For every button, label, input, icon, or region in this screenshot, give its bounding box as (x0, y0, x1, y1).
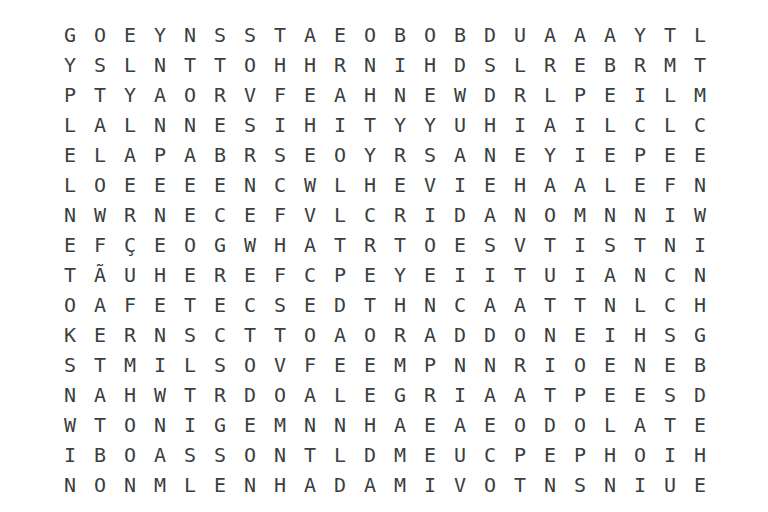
grid-cell[interactable]: Ç (115, 230, 145, 260)
grid-cell[interactable]: E (475, 170, 505, 200)
grid-cell[interactable]: I (445, 260, 475, 290)
grid-cell[interactable]: U (655, 470, 685, 500)
grid-cell[interactable]: E (685, 410, 715, 440)
grid-cell[interactable]: H (685, 440, 715, 470)
grid-cell[interactable]: W (685, 200, 715, 230)
grid-cell[interactable]: M (655, 50, 685, 80)
grid-cell[interactable]: H (355, 410, 385, 440)
grid-cell[interactable]: E (235, 260, 265, 290)
grid-cell[interactable]: N (145, 410, 175, 440)
grid-cell[interactable]: E (355, 380, 385, 410)
grid-cell[interactable]: S (205, 20, 235, 50)
grid-cell[interactable]: L (325, 380, 355, 410)
grid-cell[interactable]: S (235, 110, 265, 140)
grid-cell[interactable]: A (85, 290, 115, 320)
grid-cell[interactable]: A (325, 80, 355, 110)
grid-cell[interactable]: N (145, 50, 175, 80)
grid-cell[interactable]: A (595, 260, 625, 290)
grid-cell[interactable]: T (535, 380, 565, 410)
grid-cell[interactable]: L (655, 110, 685, 140)
grid-cell[interactable]: E (205, 290, 235, 320)
grid-cell[interactable]: U (445, 440, 475, 470)
grid-cell[interactable]: T (265, 320, 295, 350)
grid-cell[interactable]: O (325, 140, 355, 170)
grid-cell[interactable]: B (385, 20, 415, 50)
grid-cell[interactable]: O (625, 440, 655, 470)
grid-cell[interactable]: T (355, 290, 385, 320)
grid-cell[interactable]: E (415, 410, 445, 440)
grid-cell[interactable]: I (385, 50, 415, 80)
grid-cell[interactable]: Y (625, 20, 655, 50)
grid-cell[interactable]: S (175, 320, 205, 350)
grid-cell[interactable]: N (625, 350, 655, 380)
grid-cell[interactable]: S (175, 440, 205, 470)
grid-cell[interactable]: A (85, 110, 115, 140)
grid-cell[interactable]: L (625, 290, 655, 320)
grid-cell[interactable]: O (355, 20, 385, 50)
grid-cell[interactable]: I (415, 200, 445, 230)
grid-cell[interactable]: G (205, 410, 235, 440)
grid-cell[interactable]: E (535, 440, 565, 470)
grid-cell[interactable]: T (505, 470, 535, 500)
grid-cell[interactable]: E (475, 410, 505, 440)
grid-cell[interactable]: I (325, 110, 355, 140)
grid-cell[interactable]: O (265, 380, 295, 410)
grid-cell[interactable]: F (115, 290, 145, 320)
grid-cell[interactable]: N (145, 320, 175, 350)
grid-cell[interactable]: G (685, 320, 715, 350)
grid-cell[interactable]: A (535, 170, 565, 200)
grid-cell[interactable]: E (595, 350, 625, 380)
grid-cell[interactable]: N (535, 320, 565, 350)
grid-cell[interactable]: E (415, 80, 445, 110)
grid-cell[interactable]: N (415, 290, 445, 320)
grid-cell[interactable]: D (475, 20, 505, 50)
grid-cell[interactable]: O (235, 350, 265, 380)
grid-cell[interactable]: S (655, 380, 685, 410)
grid-cell[interactable]: M (685, 80, 715, 110)
grid-cell[interactable]: D (325, 470, 355, 500)
grid-cell[interactable]: S (655, 320, 685, 350)
grid-cell[interactable]: E (205, 110, 235, 140)
grid-cell[interactable]: E (205, 170, 235, 200)
grid-cell[interactable]: E (685, 470, 715, 500)
grid-cell[interactable]: R (355, 230, 385, 260)
grid-cell[interactable]: V (445, 470, 475, 500)
grid-cell[interactable]: N (355, 50, 385, 80)
grid-cell[interactable]: Ã (85, 260, 115, 290)
grid-cell[interactable]: E (565, 50, 595, 80)
grid-cell[interactable]: A (475, 290, 505, 320)
grid-cell[interactable]: S (265, 140, 295, 170)
grid-cell[interactable]: T (205, 50, 235, 80)
grid-cell[interactable]: V (505, 230, 535, 260)
grid-cell[interactable]: H (145, 260, 175, 290)
grid-cell[interactable]: B (85, 440, 115, 470)
grid-cell[interactable]: N (685, 170, 715, 200)
grid-cell[interactable]: F (265, 80, 295, 110)
grid-cell[interactable]: A (385, 410, 415, 440)
grid-cell[interactable]: A (295, 20, 325, 50)
grid-cell[interactable]: P (565, 440, 595, 470)
grid-cell[interactable]: O (175, 80, 205, 110)
grid-cell[interactable]: N (505, 200, 535, 230)
grid-cell[interactable]: O (85, 470, 115, 500)
grid-cell[interactable]: Y (415, 110, 445, 140)
grid-cell[interactable]: N (235, 170, 265, 200)
grid-cell[interactable]: T (685, 50, 715, 80)
grid-cell[interactable]: N (55, 470, 85, 500)
grid-cell[interactable]: N (145, 200, 175, 230)
grid-cell[interactable]: I (655, 440, 685, 470)
grid-cell[interactable]: A (625, 410, 655, 440)
grid-cell[interactable]: N (685, 260, 715, 290)
grid-cell[interactable]: B (205, 140, 235, 170)
grid-cell[interactable]: A (445, 140, 475, 170)
grid-cell[interactable]: T (235, 320, 265, 350)
grid-cell[interactable]: S (55, 350, 85, 380)
grid-cell[interactable]: G (55, 20, 85, 50)
grid-cell[interactable]: T (85, 350, 115, 380)
grid-cell[interactable]: E (355, 350, 385, 380)
grid-cell[interactable]: I (655, 200, 685, 230)
grid-cell[interactable]: E (655, 140, 685, 170)
grid-cell[interactable]: M (265, 410, 295, 440)
grid-cell[interactable]: E (595, 380, 625, 410)
grid-cell[interactable]: H (265, 50, 295, 80)
grid-cell[interactable]: V (235, 80, 265, 110)
grid-cell[interactable]: E (55, 140, 85, 170)
grid-cell[interactable]: H (295, 110, 325, 140)
grid-cell[interactable]: E (295, 290, 325, 320)
grid-cell[interactable]: R (385, 200, 415, 230)
grid-cell[interactable]: W (145, 380, 175, 410)
grid-cell[interactable]: R (325, 50, 355, 80)
grid-cell[interactable]: E (445, 230, 475, 260)
grid-cell[interactable]: L (115, 50, 145, 80)
grid-cell[interactable]: R (385, 320, 415, 350)
grid-cell[interactable]: D (325, 290, 355, 320)
grid-cell[interactable]: L (595, 110, 625, 140)
grid-cell[interactable]: N (385, 80, 415, 110)
grid-cell[interactable]: T (355, 110, 385, 140)
grid-cell[interactable]: V (265, 350, 295, 380)
grid-cell[interactable]: M (565, 200, 595, 230)
grid-cell[interactable]: I (625, 470, 655, 500)
grid-cell[interactable]: L (325, 170, 355, 200)
grid-cell[interactable]: E (145, 170, 175, 200)
grid-cell[interactable]: N (175, 20, 205, 50)
grid-cell[interactable]: O (235, 50, 265, 80)
grid-cell[interactable]: A (295, 230, 325, 260)
grid-cell[interactable]: R (205, 80, 235, 110)
grid-cell[interactable]: B (445, 20, 475, 50)
grid-cell[interactable]: M (385, 470, 415, 500)
grid-cell[interactable]: C (625, 110, 655, 140)
grid-cell[interactable]: T (535, 290, 565, 320)
grid-cell[interactable]: T (535, 230, 565, 260)
grid-cell[interactable]: E (85, 320, 115, 350)
grid-cell[interactable]: C (355, 200, 385, 230)
grid-cell[interactable]: E (115, 20, 145, 50)
grid-cell[interactable]: E (115, 170, 145, 200)
grid-cell[interactable]: W (445, 80, 475, 110)
grid-cell[interactable]: H (595, 440, 625, 470)
grid-cell[interactable]: B (685, 350, 715, 380)
grid-cell[interactable]: N (55, 200, 85, 230)
grid-cell[interactable]: A (145, 440, 175, 470)
grid-cell[interactable]: C (655, 260, 685, 290)
grid-cell[interactable]: F (265, 200, 295, 230)
grid-cell[interactable]: W (55, 410, 85, 440)
grid-cell[interactable]: I (175, 410, 205, 440)
grid-cell[interactable]: L (685, 20, 715, 50)
grid-cell[interactable]: E (685, 140, 715, 170)
grid-cell[interactable]: A (505, 290, 535, 320)
grid-cell[interactable]: E (55, 230, 85, 260)
grid-cell[interactable]: R (625, 50, 655, 80)
grid-cell[interactable]: T (655, 20, 685, 50)
grid-cell[interactable]: L (505, 50, 535, 80)
grid-cell[interactable]: L (535, 80, 565, 110)
grid-cell[interactable]: N (325, 410, 355, 440)
grid-cell[interactable]: L (595, 410, 625, 440)
grid-cell[interactable]: A (295, 380, 325, 410)
grid-cell[interactable]: E (565, 320, 595, 350)
grid-cell[interactable]: R (115, 200, 145, 230)
grid-cell[interactable]: D (355, 440, 385, 470)
grid-cell[interactable]: E (235, 410, 265, 440)
grid-cell[interactable]: D (535, 410, 565, 440)
grid-cell[interactable]: M (385, 350, 415, 380)
grid-cell[interactable]: P (625, 140, 655, 170)
grid-cell[interactable]: A (325, 320, 355, 350)
grid-cell[interactable]: F (85, 230, 115, 260)
grid-cell[interactable]: U (115, 260, 145, 290)
grid-cell[interactable]: L (175, 470, 205, 500)
grid-cell[interactable]: E (145, 290, 175, 320)
grid-cell[interactable]: N (115, 470, 145, 500)
grid-cell[interactable]: Y (385, 260, 415, 290)
grid-cell[interactable]: E (325, 350, 355, 380)
grid-cell[interactable]: E (325, 20, 355, 50)
grid-cell[interactable]: Y (385, 110, 415, 140)
grid-cell[interactable]: P (145, 140, 175, 170)
grid-cell[interactable]: E (655, 350, 685, 380)
grid-cell[interactable]: T (655, 410, 685, 440)
grid-cell[interactable]: O (535, 200, 565, 230)
grid-cell[interactable]: D (445, 320, 475, 350)
grid-cell[interactable]: O (505, 410, 535, 440)
grid-cell[interactable]: P (565, 380, 595, 410)
grid-cell[interactable]: E (175, 200, 205, 230)
grid-cell[interactable]: I (535, 350, 565, 380)
grid-cell[interactable]: E (355, 260, 385, 290)
grid-cell[interactable]: S (235, 20, 265, 50)
grid-cell[interactable]: Y (355, 140, 385, 170)
grid-cell[interactable]: O (355, 320, 385, 350)
grid-cell[interactable]: A (475, 380, 505, 410)
grid-cell[interactable]: H (685, 290, 715, 320)
grid-cell[interactable]: S (595, 230, 625, 260)
grid-cell[interactable]: C (205, 320, 235, 350)
grid-cell[interactable]: E (415, 260, 445, 290)
grid-cell[interactable]: E (385, 170, 415, 200)
grid-cell[interactable]: E (625, 170, 655, 200)
grid-cell[interactable]: U (535, 260, 565, 290)
grid-cell[interactable]: A (565, 170, 595, 200)
grid-cell[interactable]: P (415, 350, 445, 380)
grid-cell[interactable]: N (55, 380, 85, 410)
grid-cell[interactable]: I (145, 350, 175, 380)
grid-cell[interactable]: L (655, 80, 685, 110)
grid-cell[interactable]: M (385, 440, 415, 470)
grid-cell[interactable]: R (505, 80, 535, 110)
grid-cell[interactable]: H (415, 50, 445, 80)
grid-cell[interactable]: I (475, 260, 505, 290)
grid-cell[interactable]: N (235, 470, 265, 500)
grid-cell[interactable]: N (595, 200, 625, 230)
grid-cell[interactable]: A (115, 140, 145, 170)
grid-cell[interactable]: A (535, 20, 565, 50)
grid-cell[interactable]: O (565, 410, 595, 440)
grid-cell[interactable]: T (295, 440, 325, 470)
grid-cell[interactable]: I (415, 470, 445, 500)
grid-cell[interactable]: R (505, 350, 535, 380)
grid-cell[interactable]: N (535, 470, 565, 500)
grid-cell[interactable]: Y (535, 140, 565, 170)
grid-cell[interactable]: H (265, 230, 295, 260)
grid-cell[interactable]: A (415, 320, 445, 350)
grid-cell[interactable]: G (385, 380, 415, 410)
grid-cell[interactable]: O (85, 20, 115, 50)
grid-cell[interactable]: H (625, 320, 655, 350)
grid-cell[interactable]: E (175, 170, 205, 200)
grid-cell[interactable]: T (505, 260, 535, 290)
grid-cell[interactable]: I (55, 440, 85, 470)
grid-cell[interactable]: P (55, 80, 85, 110)
grid-cell[interactable]: E (145, 230, 175, 260)
grid-cell[interactable]: N (145, 110, 175, 140)
grid-cell[interactable]: I (565, 110, 595, 140)
grid-cell[interactable]: O (505, 320, 535, 350)
grid-cell[interactable]: B (595, 50, 625, 80)
grid-cell[interactable]: E (235, 200, 265, 230)
grid-cell[interactable]: M (115, 350, 145, 380)
grid-cell[interactable]: I (565, 140, 595, 170)
grid-cell[interactable]: E (595, 140, 625, 170)
grid-cell[interactable]: P (325, 260, 355, 290)
grid-cell[interactable]: C (295, 260, 325, 290)
grid-cell[interactable]: I (445, 380, 475, 410)
grid-cell[interactable]: H (115, 380, 145, 410)
grid-cell[interactable]: W (295, 170, 325, 200)
grid-cell[interactable]: H (295, 50, 325, 80)
grid-cell[interactable]: Y (145, 20, 175, 50)
grid-cell[interactable]: A (535, 110, 565, 140)
grid-cell[interactable]: C (475, 440, 505, 470)
grid-cell[interactable]: N (445, 350, 475, 380)
grid-cell[interactable]: Y (115, 80, 145, 110)
grid-cell[interactable]: A (505, 380, 535, 410)
grid-cell[interactable]: T (265, 20, 295, 50)
grid-cell[interactable]: O (175, 230, 205, 260)
grid-cell[interactable]: N (265, 440, 295, 470)
grid-cell[interactable]: T (385, 230, 415, 260)
grid-cell[interactable]: C (445, 290, 475, 320)
grid-cell[interactable]: I (625, 80, 655, 110)
grid-cell[interactable]: N (295, 410, 325, 440)
grid-cell[interactable]: C (655, 290, 685, 320)
grid-cell[interactable]: T (175, 380, 205, 410)
grid-cell[interactable]: A (175, 140, 205, 170)
grid-cell[interactable]: F (265, 260, 295, 290)
grid-cell[interactable]: L (115, 110, 145, 140)
grid-cell[interactable]: O (115, 440, 145, 470)
grid-cell[interactable]: A (145, 80, 175, 110)
grid-cell[interactable]: A (85, 380, 115, 410)
grid-cell[interactable]: D (445, 200, 475, 230)
grid-cell[interactable]: V (295, 200, 325, 230)
grid-cell[interactable]: M (145, 470, 175, 500)
grid-cell[interactable]: U (505, 20, 535, 50)
grid-cell[interactable]: H (265, 470, 295, 500)
grid-cell[interactable]: E (175, 260, 205, 290)
grid-cell[interactable]: L (325, 440, 355, 470)
grid-cell[interactable]: P (565, 80, 595, 110)
grid-cell[interactable]: I (595, 320, 625, 350)
grid-cell[interactable]: C (265, 170, 295, 200)
grid-cell[interactable]: O (475, 470, 505, 500)
grid-cell[interactable]: I (505, 110, 535, 140)
grid-cell[interactable]: O (415, 20, 445, 50)
grid-cell[interactable]: S (205, 350, 235, 380)
grid-cell[interactable]: L (85, 140, 115, 170)
grid-cell[interactable]: D (685, 380, 715, 410)
grid-cell[interactable]: E (505, 140, 535, 170)
grid-cell[interactable]: N (475, 350, 505, 380)
grid-cell[interactable]: R (205, 260, 235, 290)
grid-cell[interactable]: U (445, 110, 475, 140)
grid-cell[interactable]: I (685, 230, 715, 260)
grid-cell[interactable]: A (355, 470, 385, 500)
grid-cell[interactable]: T (565, 290, 595, 320)
grid-cell[interactable]: O (115, 410, 145, 440)
grid-cell[interactable]: S (265, 290, 295, 320)
grid-cell[interactable]: R (535, 50, 565, 80)
grid-cell[interactable]: E (415, 440, 445, 470)
grid-cell[interactable]: Y (55, 50, 85, 80)
grid-cell[interactable]: R (415, 380, 445, 410)
grid-cell[interactable]: S (415, 140, 445, 170)
grid-cell[interactable]: I (565, 260, 595, 290)
grid-cell[interactable]: W (85, 200, 115, 230)
grid-cell[interactable]: N (625, 200, 655, 230)
grid-cell[interactable]: D (445, 50, 475, 80)
grid-cell[interactable]: N (175, 110, 205, 140)
grid-cell[interactable]: O (55, 290, 85, 320)
grid-cell[interactable]: O (415, 230, 445, 260)
grid-cell[interactable]: S (205, 440, 235, 470)
grid-cell[interactable]: R (205, 380, 235, 410)
grid-cell[interactable]: N (595, 290, 625, 320)
grid-cell[interactable]: E (595, 80, 625, 110)
grid-cell[interactable]: T (85, 80, 115, 110)
grid-cell[interactable]: C (205, 200, 235, 230)
grid-cell[interactable]: P (505, 440, 535, 470)
grid-cell[interactable]: A (565, 20, 595, 50)
grid-cell[interactable]: H (355, 80, 385, 110)
